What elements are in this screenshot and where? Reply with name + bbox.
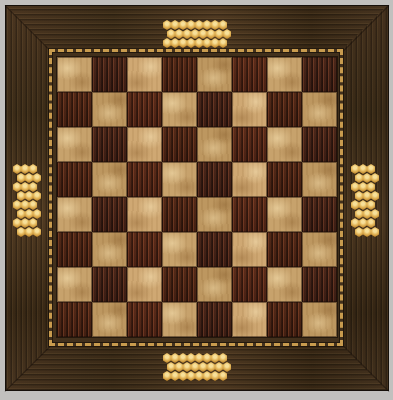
honeycomb-cell	[33, 209, 41, 219]
honeycomb-cell	[175, 362, 183, 372]
honeycomb-cell	[371, 173, 379, 183]
square-b6[interactable]	[92, 127, 127, 162]
square-f2[interactable]	[232, 267, 267, 302]
honeycomb-cell	[33, 173, 41, 183]
honeycomb-cell	[25, 191, 33, 201]
honeycomb-cell	[175, 29, 183, 39]
square-h5[interactable]	[302, 162, 337, 197]
square-b7[interactable]	[92, 92, 127, 127]
honeycomb-cell	[167, 29, 175, 39]
square-e4[interactable]	[197, 197, 232, 232]
honeycomb-row	[17, 191, 45, 201]
square-c3[interactable]	[127, 232, 162, 267]
square-e6[interactable]	[197, 127, 232, 162]
square-c6[interactable]	[127, 127, 162, 162]
square-d2[interactable]	[162, 267, 197, 302]
honeycomb-cell	[167, 362, 175, 372]
square-b5[interactable]	[92, 162, 127, 197]
square-g8[interactable]	[267, 57, 302, 92]
honeycomb-cell	[199, 29, 207, 39]
honeycomb-cell	[203, 371, 211, 381]
honeycomb-cell	[363, 173, 371, 183]
honeycomb-cell	[163, 38, 171, 48]
square-f1[interactable]	[232, 302, 267, 337]
honeycomb-row	[17, 173, 45, 183]
honeycomb-cell	[215, 29, 223, 39]
honeycomb-cell	[25, 173, 33, 183]
square-h7[interactable]	[302, 92, 337, 127]
honeycomb-cell	[25, 227, 33, 237]
square-d4[interactable]	[162, 197, 197, 232]
honeycomb-cell	[223, 29, 231, 39]
honeycomb-cell	[171, 371, 179, 381]
square-d7[interactable]	[162, 92, 197, 127]
honeycomb-row	[355, 173, 383, 183]
square-a2[interactable]	[57, 267, 92, 302]
square-a6[interactable]	[57, 127, 92, 162]
honeycomb-inlay-top	[163, 20, 231, 48]
square-d5[interactable]	[162, 162, 197, 197]
square-c1[interactable]	[127, 302, 162, 337]
honeycomb-row	[167, 362, 235, 372]
square-f8[interactable]	[232, 57, 267, 92]
honeycomb-cell	[187, 371, 195, 381]
square-e2[interactable]	[197, 267, 232, 302]
square-c8[interactable]	[127, 57, 162, 92]
square-d1[interactable]	[162, 302, 197, 337]
honeycomb-cell	[171, 38, 179, 48]
honeycomb-cell	[355, 227, 363, 237]
square-g3[interactable]	[267, 232, 302, 267]
square-a5[interactable]	[57, 162, 92, 197]
honeycomb-cell	[371, 191, 379, 201]
honeycomb-cell	[33, 227, 41, 237]
honeycomb-cell	[211, 371, 219, 381]
honeycomb-cell	[371, 209, 379, 219]
square-h8[interactable]	[302, 57, 337, 92]
honeycomb-inlay-left	[13, 164, 41, 237]
honeycomb-cell	[25, 209, 33, 219]
honeycomb-row	[163, 38, 231, 48]
honeycomb-cell	[179, 371, 187, 381]
honeycomb-cell	[207, 29, 215, 39]
honeycomb-inlay-bottom	[163, 353, 231, 381]
square-g2[interactable]	[267, 267, 302, 302]
square-d3[interactable]	[162, 232, 197, 267]
honeycomb-cell	[163, 371, 171, 381]
square-a7[interactable]	[57, 92, 92, 127]
square-b2[interactable]	[92, 267, 127, 302]
square-d6[interactable]	[162, 127, 197, 162]
square-e5[interactable]	[197, 162, 232, 197]
honeycomb-cell	[33, 191, 41, 201]
honeycomb-cell	[223, 362, 231, 372]
square-e3[interactable]	[197, 232, 232, 267]
honeycomb-cell	[203, 38, 211, 48]
honeycomb-cell	[183, 29, 191, 39]
square-a8[interactable]	[57, 57, 92, 92]
square-a4[interactable]	[57, 197, 92, 232]
square-g1[interactable]	[267, 302, 302, 337]
square-g6[interactable]	[267, 127, 302, 162]
honeycomb-cell	[371, 227, 379, 237]
honeycomb-inlay-right	[351, 164, 379, 237]
square-f7[interactable]	[232, 92, 267, 127]
honeycomb-cell	[195, 38, 203, 48]
honeycomb-row	[355, 227, 383, 237]
square-a1[interactable]	[57, 302, 92, 337]
square-b8[interactable]	[92, 57, 127, 92]
square-g4[interactable]	[267, 197, 302, 232]
square-c5[interactable]	[127, 162, 162, 197]
honeycomb-cell	[355, 209, 363, 219]
square-f6[interactable]	[232, 127, 267, 162]
honeycomb-row	[17, 209, 45, 219]
square-g7[interactable]	[267, 92, 302, 127]
honeycomb-cell	[17, 209, 25, 219]
honeycomb-row	[355, 209, 383, 219]
square-h3[interactable]	[302, 232, 337, 267]
honeycomb-cell	[219, 38, 227, 48]
square-h4[interactable]	[302, 197, 337, 232]
honeycomb-cell	[17, 173, 25, 183]
square-c4[interactable]	[127, 197, 162, 232]
honeycomb-row	[163, 371, 231, 381]
square-a3[interactable]	[57, 232, 92, 267]
honeycomb-cell	[183, 362, 191, 372]
honeycomb-row	[167, 29, 235, 39]
square-b4[interactable]	[92, 197, 127, 232]
square-h2[interactable]	[302, 267, 337, 302]
honeycomb-cell	[17, 227, 25, 237]
honeycomb-cell	[17, 191, 25, 201]
square-f3[interactable]	[232, 232, 267, 267]
square-d8[interactable]	[162, 57, 197, 92]
chessboard-photo	[0, 0, 393, 400]
honeycomb-row	[355, 191, 383, 201]
chess-board	[57, 57, 337, 337]
honeycomb-cell	[195, 371, 203, 381]
honeycomb-cell	[187, 38, 195, 48]
honeycomb-cell	[179, 38, 187, 48]
honeycomb-cell	[211, 38, 219, 48]
honeycomb-row	[17, 227, 45, 237]
square-g5[interactable]	[267, 162, 302, 197]
square-b1[interactable]	[92, 302, 127, 337]
square-c2[interactable]	[127, 267, 162, 302]
honeycomb-cell	[191, 29, 199, 39]
square-b3[interactable]	[92, 232, 127, 267]
square-c7[interactable]	[127, 92, 162, 127]
square-e8[interactable]	[197, 57, 232, 92]
square-e1[interactable]	[197, 302, 232, 337]
honeycomb-cell	[363, 191, 371, 201]
square-h1[interactable]	[302, 302, 337, 337]
honeycomb-cell	[207, 362, 215, 372]
square-e7[interactable]	[197, 92, 232, 127]
honeycomb-cell	[219, 371, 227, 381]
square-f5[interactable]	[232, 162, 267, 197]
honeycomb-cell	[199, 362, 207, 372]
honeycomb-cell	[355, 191, 363, 201]
honeycomb-cell	[191, 362, 199, 372]
honeycomb-cell	[355, 173, 363, 183]
square-f4[interactable]	[232, 197, 267, 232]
honeycomb-cell	[363, 227, 371, 237]
square-h6[interactable]	[302, 127, 337, 162]
honeycomb-cell	[363, 209, 371, 219]
honeycomb-cell	[215, 362, 223, 372]
